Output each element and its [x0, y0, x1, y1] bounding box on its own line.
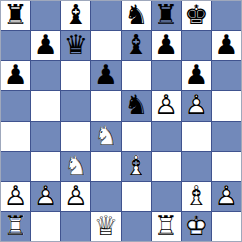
- white-pawn-piece: ♟♙: [212, 182, 241, 211]
- white-bishop-piece: ♝♗: [122, 152, 151, 181]
- square-g3[interactable]: [182, 152, 211, 181]
- square-c3[interactable]: ♞♘: [61, 152, 90, 181]
- square-e1[interactable]: [122, 212, 151, 241]
- square-a6[interactable]: ♟: [1, 61, 30, 90]
- square-d4[interactable]: ♞♘: [91, 122, 120, 151]
- square-a5[interactable]: [1, 91, 30, 120]
- square-e6[interactable]: [122, 61, 151, 90]
- square-g1[interactable]: ♚♔: [182, 212, 211, 241]
- square-c7[interactable]: ♛: [61, 31, 90, 60]
- black-rook-piece: ♜: [152, 1, 181, 30]
- black-knight-piece: ♞: [122, 91, 151, 120]
- square-f7[interactable]: ♟: [152, 31, 181, 60]
- white-bishop-piece: ♝♗: [182, 182, 211, 211]
- square-b4[interactable]: [31, 122, 60, 151]
- square-f6[interactable]: [152, 61, 181, 90]
- white-pawn-piece: ♟♙: [31, 182, 60, 211]
- square-a7[interactable]: [1, 31, 30, 60]
- square-d2[interactable]: [91, 182, 120, 211]
- square-b6[interactable]: [31, 61, 60, 90]
- square-h4[interactable]: [212, 122, 241, 151]
- black-pawn-piece: ♟: [31, 31, 60, 60]
- square-a1[interactable]: ♜♖: [1, 212, 30, 241]
- white-king-piece: ♚♔: [182, 212, 211, 241]
- square-c6[interactable]: [61, 61, 90, 90]
- square-f2[interactable]: [152, 182, 181, 211]
- square-e8[interactable]: ♞: [122, 1, 151, 30]
- black-bishop-piece: ♝: [61, 1, 90, 30]
- square-h5[interactable]: [212, 91, 241, 120]
- black-queen-piece: ♛: [61, 31, 90, 60]
- square-g7[interactable]: [182, 31, 211, 60]
- black-bishop-piece: ♝: [122, 31, 151, 60]
- square-e7[interactable]: ♝: [122, 31, 151, 60]
- square-a4[interactable]: [1, 122, 30, 151]
- black-knight-piece: ♞: [122, 1, 151, 30]
- square-d7[interactable]: [91, 31, 120, 60]
- black-pawn-piece: ♟: [182, 61, 211, 90]
- square-d5[interactable]: [91, 91, 120, 120]
- square-e2[interactable]: [122, 182, 151, 211]
- white-pawn-piece: ♟♙: [152, 91, 181, 120]
- black-pawn-piece: ♟: [212, 31, 241, 60]
- square-h2[interactable]: ♟♙: [212, 182, 241, 211]
- square-g8[interactable]: ♚: [182, 1, 211, 30]
- square-f3[interactable]: [152, 152, 181, 181]
- square-f4[interactable]: [152, 122, 181, 151]
- square-c2[interactable]: ♟♙: [61, 182, 90, 211]
- square-f5[interactable]: ♟♙: [152, 91, 181, 120]
- square-d1[interactable]: ♛♕: [91, 212, 120, 241]
- white-knight-piece: ♞♘: [91, 122, 120, 151]
- white-pawn-piece: ♟♙: [182, 91, 211, 120]
- square-b2[interactable]: ♟♙: [31, 182, 60, 211]
- square-f8[interactable]: ♜: [152, 1, 181, 30]
- white-pawn-piece: ♟♙: [1, 182, 30, 211]
- square-c8[interactable]: ♝: [61, 1, 90, 30]
- square-g2[interactable]: ♝♗: [182, 182, 211, 211]
- square-g6[interactable]: ♟: [182, 61, 211, 90]
- square-b1[interactable]: [31, 212, 60, 241]
- square-d8[interactable]: [91, 1, 120, 30]
- black-pawn-piece: ♟: [91, 61, 120, 90]
- square-b5[interactable]: [31, 91, 60, 120]
- square-c4[interactable]: [61, 122, 90, 151]
- black-rook-piece: ♜: [1, 1, 30, 30]
- white-queen-piece: ♛♕: [91, 212, 120, 241]
- chess-board: ♜♝♞♜♚♟♛♝♟♟♟♟♟♞♟♙♟♙♞♘♞♘♝♗♟♙♟♙♟♙♝♗♟♙♜♖♛♕♜♖…: [0, 0, 242, 242]
- square-e4[interactable]: [122, 122, 151, 151]
- square-c5[interactable]: [61, 91, 90, 120]
- square-h8[interactable]: [212, 1, 241, 30]
- square-d6[interactable]: ♟: [91, 61, 120, 90]
- black-pawn-piece: ♟: [152, 31, 181, 60]
- white-rook-piece: ♜♖: [152, 212, 181, 241]
- square-a8[interactable]: ♜: [1, 1, 30, 30]
- square-g5[interactable]: ♟♙: [182, 91, 211, 120]
- square-e3[interactable]: ♝♗: [122, 152, 151, 181]
- square-a2[interactable]: ♟♙: [1, 182, 30, 211]
- square-f1[interactable]: ♜♖: [152, 212, 181, 241]
- square-h7[interactable]: ♟: [212, 31, 241, 60]
- square-h3[interactable]: [212, 152, 241, 181]
- square-g4[interactable]: [182, 122, 211, 151]
- black-pawn-piece: ♟: [1, 61, 30, 90]
- square-b3[interactable]: [31, 152, 60, 181]
- square-d3[interactable]: [91, 152, 120, 181]
- black-king-piece: ♚: [182, 1, 211, 30]
- square-b8[interactable]: [31, 1, 60, 30]
- square-b7[interactable]: ♟: [31, 31, 60, 60]
- white-rook-piece: ♜♖: [1, 212, 30, 241]
- square-h6[interactable]: [212, 61, 241, 90]
- square-h1[interactable]: [212, 212, 241, 241]
- square-c1[interactable]: [61, 212, 90, 241]
- square-a3[interactable]: [1, 152, 30, 181]
- white-knight-piece: ♞♘: [61, 152, 90, 181]
- square-e5[interactable]: ♞: [122, 91, 151, 120]
- white-pawn-piece: ♟♙: [61, 182, 90, 211]
